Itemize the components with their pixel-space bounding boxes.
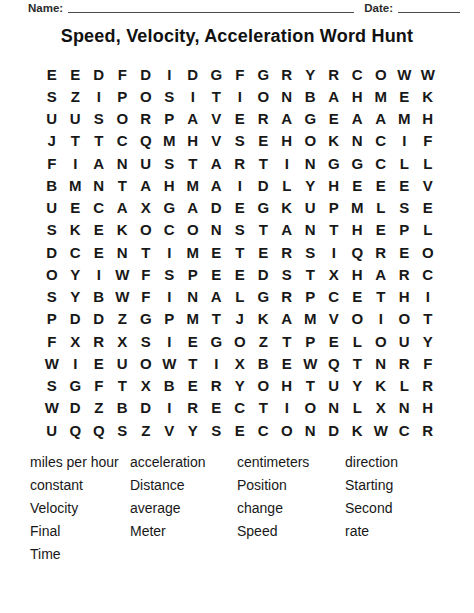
grid-cell[interactable]: A — [87, 152, 111, 174]
grid-cell[interactable]: E — [393, 241, 417, 263]
grid-cell[interactable]: O — [134, 352, 158, 374]
grid-cell[interactable]: U — [40, 197, 64, 219]
grid-cell[interactable]: I — [275, 152, 299, 174]
grid-cell[interactable]: C — [322, 286, 346, 308]
grid-cell[interactable]: I — [181, 85, 205, 107]
grid-cell[interactable]: A — [205, 286, 229, 308]
grid-cell[interactable]: E — [393, 85, 417, 107]
grid-cell[interactable]: O — [40, 263, 64, 285]
grid-cell[interactable]: F — [416, 130, 440, 152]
grid-cell[interactable]: H — [346, 85, 370, 107]
grid-cell[interactable]: V — [158, 419, 182, 441]
grid-cell[interactable]: A — [275, 108, 299, 130]
grid-cell[interactable]: S — [228, 219, 252, 241]
grid-cell[interactable]: B — [158, 375, 182, 397]
grid-cell[interactable]: I — [87, 85, 111, 107]
grid-cell[interactable]: E — [346, 286, 370, 308]
grid-cell[interactable]: W — [40, 397, 64, 419]
grid-cell[interactable]: H — [322, 174, 346, 196]
grid-cell[interactable]: Q — [64, 419, 88, 441]
grid-cell[interactable]: N — [299, 152, 323, 174]
grid-cell[interactable]: L — [416, 219, 440, 241]
grid-cell[interactable]: U — [40, 108, 64, 130]
grid-cell[interactable]: F — [40, 330, 64, 352]
grid-cell[interactable]: T — [111, 375, 135, 397]
grid-cell[interactable]: E — [228, 263, 252, 285]
grid-cell[interactable]: S — [228, 130, 252, 152]
grid-cell[interactable]: E — [228, 419, 252, 441]
grid-cell[interactable]: R — [275, 63, 299, 85]
grid-cell[interactable]: F — [134, 263, 158, 285]
grid-cell[interactable]: N — [275, 85, 299, 107]
grid-cell[interactable]: Z — [111, 308, 135, 330]
grid-cell[interactable]: T — [252, 152, 276, 174]
grid-cell[interactable]: C — [416, 263, 440, 285]
grid-cell[interactable]: F — [134, 286, 158, 308]
grid-cell[interactable]: R — [205, 375, 229, 397]
grid-cell[interactable]: A — [369, 108, 393, 130]
grid-cell[interactable]: S — [158, 152, 182, 174]
grid-cell[interactable]: E — [64, 63, 88, 85]
grid-cell[interactable]: E — [87, 241, 111, 263]
grid-cell[interactable]: C — [369, 130, 393, 152]
grid-cell[interactable]: A — [369, 263, 393, 285]
grid-cell[interactable]: F — [416, 352, 440, 374]
grid-cell[interactable]: O — [275, 419, 299, 441]
grid-cell[interactable]: K — [275, 197, 299, 219]
grid-cell[interactable]: O — [252, 375, 276, 397]
grid-cell[interactable]: J — [228, 308, 252, 330]
grid-cell[interactable]: T — [369, 286, 393, 308]
grid-cell[interactable]: X — [369, 397, 393, 419]
grid-cell[interactable]: C — [369, 152, 393, 174]
grid-cell[interactable]: E — [393, 174, 417, 196]
word-bank-item: change — [237, 497, 345, 520]
grid-cell[interactable]: M — [369, 85, 393, 107]
grid-cell[interactable]: E — [205, 397, 229, 419]
grid-cell[interactable]: T — [228, 241, 252, 263]
grid-cell[interactable]: I — [275, 397, 299, 419]
grid-cell[interactable]: Y — [64, 263, 88, 285]
grid-cell[interactable]: K — [346, 419, 370, 441]
grid-cell[interactable]: I — [228, 174, 252, 196]
grid-cell[interactable]: N — [181, 286, 205, 308]
grid-cell[interactable]: A — [322, 85, 346, 107]
grid-cell[interactable]: U — [111, 352, 135, 374]
grid-cell[interactable]: D — [205, 197, 229, 219]
grid-cell[interactable]: H — [416, 108, 440, 130]
grid-cell[interactable]: G — [252, 286, 276, 308]
grid-cell[interactable]: N — [322, 397, 346, 419]
grid-cell[interactable]: L — [346, 330, 370, 352]
grid-cell[interactable]: I — [322, 241, 346, 263]
grid-cell[interactable]: G — [205, 330, 229, 352]
grid-cell[interactable]: C — [393, 419, 417, 441]
grid-cell[interactable]: X — [111, 330, 135, 352]
grid-cell[interactable]: X — [134, 197, 158, 219]
grid-cell[interactable]: D — [134, 397, 158, 419]
grid-cell[interactable]: H — [346, 219, 370, 241]
grid-cell[interactable]: C — [158, 219, 182, 241]
grid-cell[interactable]: S — [158, 263, 182, 285]
grid-cell[interactable]: O — [346, 308, 370, 330]
grid-cell[interactable]: N — [205, 219, 229, 241]
grid-cell[interactable]: D — [87, 308, 111, 330]
grid-cell[interactable]: E — [252, 130, 276, 152]
grid-cell[interactable]: T — [205, 85, 229, 107]
grid-cell[interactable]: E — [181, 330, 205, 352]
name-label: Name: — [28, 2, 63, 15]
grid-cell[interactable]: Q — [322, 352, 346, 374]
grid-cell[interactable]: H — [346, 263, 370, 285]
grid-cell[interactable]: M — [181, 241, 205, 263]
grid-cell[interactable]: E — [228, 197, 252, 219]
grid-cell[interactable]: L — [275, 174, 299, 196]
grid-cell[interactable]: X — [64, 330, 88, 352]
word-bank-item: Starting — [345, 474, 398, 497]
grid-cell[interactable]: M — [346, 197, 370, 219]
worksheet-page: Name: Date: Speed, Velocity, Acceleratio… — [0, 0, 474, 613]
grid-cell[interactable]: M — [158, 130, 182, 152]
grid-cell[interactable]: A — [275, 308, 299, 330]
grid-cell[interactable]: V — [205, 108, 229, 130]
grid-cell[interactable]: I — [416, 286, 440, 308]
grid-cell[interactable]: E — [369, 219, 393, 241]
grid-cell[interactable]: T — [64, 130, 88, 152]
grid-cell[interactable]: Z — [134, 419, 158, 441]
grid-cell[interactable]: G — [252, 63, 276, 85]
grid-cell[interactable]: L — [369, 197, 393, 219]
grid-cell[interactable]: F — [87, 375, 111, 397]
grid-cell[interactable]: O — [299, 397, 323, 419]
grid-cell[interactable]: A — [346, 108, 370, 130]
grid-cell[interactable]: U — [40, 419, 64, 441]
grid-cell[interactable]: R — [252, 108, 276, 130]
date-blank-line[interactable] — [398, 1, 460, 13]
grid-cell[interactable]: W — [416, 63, 440, 85]
grid-cell[interactable]: Y — [346, 375, 370, 397]
grid-cell[interactable]: E — [40, 63, 64, 85]
grid-cell[interactable]: C — [87, 197, 111, 219]
grid-cell[interactable]: B — [87, 286, 111, 308]
grid-cell[interactable]: J — [40, 130, 64, 152]
grid-cell[interactable]: L — [416, 152, 440, 174]
grid-cell[interactable]: I — [87, 263, 111, 285]
grid-cell[interactable]: P — [111, 85, 135, 107]
grid-cell[interactable]: T — [346, 352, 370, 374]
grid-cell[interactable]: Y — [228, 375, 252, 397]
grid-cell[interactable]: E — [252, 241, 276, 263]
grid-cell[interactable]: S — [111, 419, 135, 441]
word-bank-item: Velocity — [30, 497, 130, 520]
date-label: Date: — [364, 2, 393, 15]
grid-cell[interactable]: A — [275, 219, 299, 241]
grid-cell[interactable]: D — [134, 63, 158, 85]
grid-cell[interactable]: N — [111, 152, 135, 174]
grid-cell[interactable]: O — [181, 219, 205, 241]
grid-cell[interactable]: S — [299, 241, 323, 263]
grid-cell[interactable]: P — [299, 286, 323, 308]
grid-cell[interactable]: E — [275, 352, 299, 374]
grid-cell[interactable]: K — [322, 130, 346, 152]
grid-cell[interactable]: O — [252, 85, 276, 107]
grid-cell[interactable]: O — [299, 130, 323, 152]
grid-cell[interactable]: P — [158, 308, 182, 330]
grid-cell[interactable]: I — [158, 63, 182, 85]
grid-cell[interactable]: S — [275, 263, 299, 285]
grid-cell[interactable]: M — [181, 308, 205, 330]
grid-cell[interactable]: F — [40, 152, 64, 174]
grid-cell[interactable]: D — [40, 241, 64, 263]
grid-cell[interactable]: S — [393, 197, 417, 219]
grid-cell[interactable]: P — [393, 219, 417, 241]
grid-cell[interactable]: R — [393, 263, 417, 285]
grid-cell[interactable]: T — [299, 263, 323, 285]
grid-cell[interactable]: Y — [299, 174, 323, 196]
grid-cell[interactable]: V — [205, 130, 229, 152]
grid-cell[interactable]: H — [393, 286, 417, 308]
grid-cell[interactable]: W — [111, 263, 135, 285]
grid-cell[interactable]: I — [228, 85, 252, 107]
grid-cell[interactable]: G — [205, 63, 229, 85]
grid-cell[interactable]: T — [299, 375, 323, 397]
grid-cell[interactable]: I — [64, 352, 88, 374]
grid-cell[interactable]: E — [87, 219, 111, 241]
grid-cell[interactable]: R — [275, 286, 299, 308]
grid-cell[interactable]: N — [393, 397, 417, 419]
name-blank-line[interactable] — [68, 1, 354, 13]
grid-cell[interactable]: I — [158, 397, 182, 419]
grid-cell[interactable]: W — [393, 63, 417, 85]
grid-cell[interactable]: G — [64, 375, 88, 397]
grid-cell[interactable]: V — [416, 174, 440, 196]
grid-cell[interactable]: P — [322, 197, 346, 219]
grid-cell[interactable]: R — [393, 352, 417, 374]
grid-cell[interactable]: S — [205, 419, 229, 441]
grid-cell[interactable]: Z — [87, 397, 111, 419]
grid-cell[interactable]: R — [181, 397, 205, 419]
grid-cell[interactable]: W — [40, 352, 64, 374]
grid-cell[interactable]: I — [205, 352, 229, 374]
grid-cell[interactable]: R — [228, 152, 252, 174]
grid-cell[interactable]: Q — [346, 241, 370, 263]
grid-cell[interactable]: S — [134, 330, 158, 352]
grid-cell[interactable]: A — [181, 197, 205, 219]
grid-cell[interactable]: G — [134, 308, 158, 330]
grid-cell[interactable]: G — [252, 197, 276, 219]
grid-cell[interactable]: Q — [87, 419, 111, 441]
grid-cell[interactable]: D — [181, 63, 205, 85]
grid-cell[interactable]: E — [416, 197, 440, 219]
grid-cell[interactable]: C — [64, 241, 88, 263]
grid-cell[interactable]: X — [134, 375, 158, 397]
grid-cell[interactable]: P — [158, 108, 182, 130]
grid-cell[interactable]: W — [299, 352, 323, 374]
grid-cell[interactable]: I — [158, 330, 182, 352]
grid-cell[interactable]: A — [205, 174, 229, 196]
grid-cell[interactable]: R — [134, 108, 158, 130]
grid-cell[interactable]: F — [111, 63, 135, 85]
grid-cell[interactable]: I — [393, 130, 417, 152]
grid-cell[interactable]: D — [252, 174, 276, 196]
grid-cell[interactable]: U — [299, 197, 323, 219]
word-bank-item: constant — [30, 474, 130, 497]
grid-cell[interactable]: E — [322, 108, 346, 130]
grid-cell[interactable]: E — [181, 375, 205, 397]
grid-cell[interactable]: A — [111, 197, 135, 219]
grid-cell[interactable]: I — [64, 152, 88, 174]
grid-cell[interactable]: U — [393, 330, 417, 352]
grid-cell[interactable]: T — [322, 219, 346, 241]
grid-cell[interactable]: O — [228, 330, 252, 352]
grid-cell[interactable]: X — [228, 352, 252, 374]
grid-cell[interactable]: F — [228, 63, 252, 85]
grid-cell[interactable]: T — [252, 397, 276, 419]
grid-cell[interactable]: D — [87, 63, 111, 85]
grid-cell[interactable]: T — [275, 330, 299, 352]
grid-cell[interactable]: E — [322, 330, 346, 352]
grid-cell[interactable]: A — [181, 108, 205, 130]
grid-cell[interactable]: L — [393, 152, 417, 174]
grid-cell[interactable]: P — [181, 263, 205, 285]
grid-cell[interactable]: T — [111, 174, 135, 196]
grid-cell[interactable]: C — [228, 397, 252, 419]
grid-cell[interactable]: I — [158, 241, 182, 263]
grid-cell[interactable]: I — [158, 286, 182, 308]
grid-cell[interactable]: L — [393, 375, 417, 397]
grid-cell[interactable]: E — [346, 174, 370, 196]
grid-cell[interactable]: R — [275, 241, 299, 263]
grid-cell[interactable]: S — [87, 108, 111, 130]
grid-cell[interactable]: M — [393, 108, 417, 130]
grid-cell[interactable]: S — [40, 286, 64, 308]
grid-cell[interactable]: P — [299, 330, 323, 352]
grid-cell[interactable]: S — [40, 219, 64, 241]
grid-cell[interactable]: W — [369, 419, 393, 441]
grid-cell[interactable]: R — [87, 330, 111, 352]
grid-cell[interactable]: N — [299, 419, 323, 441]
grid-cell[interactable]: H — [275, 130, 299, 152]
grid-cell[interactable]: E — [64, 197, 88, 219]
grid-cell[interactable]: G — [346, 152, 370, 174]
grid-cell[interactable]: T — [87, 130, 111, 152]
grid-cell[interactable]: M — [64, 174, 88, 196]
grid-cell[interactable]: R — [416, 419, 440, 441]
grid-cell[interactable]: N — [346, 130, 370, 152]
grid-cell[interactable]: N — [369, 352, 393, 374]
grid-cell[interactable]: Z — [252, 330, 276, 352]
grid-cell[interactable]: B — [299, 85, 323, 107]
grid-cell[interactable]: O — [416, 241, 440, 263]
grid-cell[interactable]: I — [369, 308, 393, 330]
grid-cell[interactable]: W — [158, 352, 182, 374]
grid-cell[interactable]: E — [228, 108, 252, 130]
grid-cell[interactable]: E — [205, 263, 229, 285]
grid-cell[interactable]: C — [111, 130, 135, 152]
grid-cell[interactable]: W — [111, 286, 135, 308]
grid-cell[interactable]: P — [40, 308, 64, 330]
grid-cell[interactable]: H — [416, 397, 440, 419]
grid-cell[interactable]: G — [322, 152, 346, 174]
grid-cell[interactable]: K — [64, 219, 88, 241]
grid-cell[interactable]: Y — [64, 286, 88, 308]
grid-cell[interactable]: Y — [416, 330, 440, 352]
grid-cell[interactable]: U — [64, 108, 88, 130]
grid-cell[interactable]: D — [322, 419, 346, 441]
grid-cell[interactable]: R — [369, 241, 393, 263]
grid-cell[interactable]: Y — [181, 419, 205, 441]
grid-cell[interactable]: Z — [64, 85, 88, 107]
grid-cell[interactable]: U — [322, 375, 346, 397]
grid-cell[interactable]: T — [181, 152, 205, 174]
grid-cell[interactable]: G — [158, 197, 182, 219]
grid-cell[interactable]: E — [369, 174, 393, 196]
grid-cell[interactable]: B — [111, 397, 135, 419]
grid-cell[interactable]: V — [322, 308, 346, 330]
grid-cell[interactable]: R — [416, 375, 440, 397]
grid-cell[interactable]: H — [158, 174, 182, 196]
grid-cell[interactable]: T — [134, 241, 158, 263]
grid-cell[interactable]: E — [87, 352, 111, 374]
grid-cell[interactable]: E — [205, 241, 229, 263]
grid-cell[interactable]: T — [181, 352, 205, 374]
grid-cell[interactable]: O — [369, 330, 393, 352]
grid-cell[interactable]: K — [111, 219, 135, 241]
word-bank-item: Speed — [237, 520, 345, 543]
grid-cell[interactable]: U — [134, 152, 158, 174]
grid-cell[interactable]: A — [134, 174, 158, 196]
grid-cell[interactable]: N — [111, 241, 135, 263]
grid-cell[interactable]: G — [299, 108, 323, 130]
grid-cell[interactable]: D — [64, 397, 88, 419]
grid-cell[interactable]: H — [181, 130, 205, 152]
grid-cell[interactable]: N — [87, 174, 111, 196]
grid-cell[interactable]: M — [181, 174, 205, 196]
grid-cell[interactable]: D — [64, 308, 88, 330]
grid-cell[interactable]: T — [416, 308, 440, 330]
grid-cell[interactable]: H — [275, 375, 299, 397]
grid-cell[interactable]: O — [111, 108, 135, 130]
grid-cell[interactable]: O — [369, 63, 393, 85]
grid-cell[interactable]: K — [369, 375, 393, 397]
grid-cell[interactable]: X — [322, 263, 346, 285]
grid-cell[interactable]: T — [252, 219, 276, 241]
grid-cell[interactable]: B — [40, 174, 64, 196]
grid-cell[interactable]: A — [205, 152, 229, 174]
grid-cell[interactable]: T — [205, 308, 229, 330]
grid-cell[interactable]: R — [322, 63, 346, 85]
grid-cell[interactable]: O — [134, 219, 158, 241]
grid-cell[interactable]: Q — [134, 130, 158, 152]
grid-cell[interactable]: D — [252, 263, 276, 285]
grid-cell[interactable]: C — [252, 419, 276, 441]
grid-cell[interactable]: M — [299, 308, 323, 330]
grid-cell[interactable]: S — [40, 375, 64, 397]
grid-cell[interactable]: N — [299, 219, 323, 241]
grid-cell[interactable]: K — [252, 308, 276, 330]
grid-cell[interactable]: L — [228, 286, 252, 308]
grid-cell[interactable]: O — [134, 85, 158, 107]
grid-cell[interactable]: L — [346, 397, 370, 419]
grid-cell[interactable]: C — [346, 63, 370, 85]
grid-cell[interactable]: O — [393, 308, 417, 330]
grid-cell[interactable]: S — [158, 85, 182, 107]
word-bank-item: Distance — [130, 474, 237, 497]
grid-cell[interactable]: Y — [299, 63, 323, 85]
grid-cell[interactable]: S — [40, 85, 64, 107]
grid-cell[interactable]: K — [416, 85, 440, 107]
grid-cell[interactable]: B — [252, 352, 276, 374]
